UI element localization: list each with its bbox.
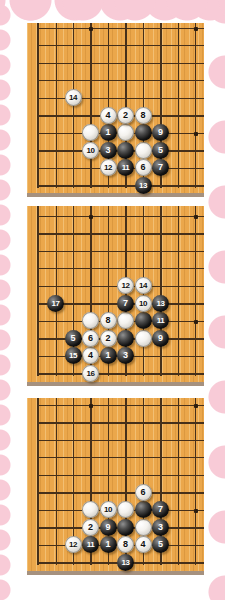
stone-black-move-1: 1 xyxy=(100,536,117,553)
move-number: 8 xyxy=(135,107,152,124)
star-point xyxy=(89,27,93,31)
move-number: 14 xyxy=(65,89,82,106)
stone-black-move-3: 3 xyxy=(152,519,169,536)
move-number: 13 xyxy=(152,295,169,312)
star-point xyxy=(89,404,93,408)
stone-black-move-9: 9 xyxy=(152,124,169,141)
stone-white-setup xyxy=(135,142,152,159)
stone-white-setup xyxy=(117,312,134,329)
stone-black-setup xyxy=(117,330,134,347)
board-bottom-edge-line xyxy=(38,373,204,375)
move-number: 4 xyxy=(82,347,99,364)
stone-white-move-10: 10 xyxy=(82,142,99,159)
stone-black-move-1: 1 xyxy=(100,124,117,141)
move-number: 13 xyxy=(117,554,134,571)
stone-black-move-9: 9 xyxy=(100,519,117,536)
stone-black-move-7: 7 xyxy=(152,159,169,176)
star-point xyxy=(194,320,198,324)
stone-white-move-4: 4 xyxy=(82,347,99,364)
go-board-diagram-2: 1234567891011121314151617 xyxy=(27,206,204,386)
move-number: 10 xyxy=(100,501,117,518)
move-number: 17 xyxy=(47,295,64,312)
stone-black-move-3: 3 xyxy=(117,347,134,364)
move-number: 7 xyxy=(152,159,169,176)
board-left-edge-line xyxy=(37,23,39,188)
board-left-edge-line xyxy=(37,398,39,565)
move-number: 7 xyxy=(152,501,169,518)
stone-white-move-12: 12 xyxy=(65,536,82,553)
stone-white-move-14: 14 xyxy=(65,89,82,106)
stone-white-setup xyxy=(82,124,99,141)
stone-white-setup xyxy=(117,124,134,141)
stone-black-move-7: 7 xyxy=(117,295,134,312)
move-number: 2 xyxy=(82,519,99,536)
move-number: 10 xyxy=(82,142,99,159)
move-number: 14 xyxy=(135,277,152,294)
move-number: 1 xyxy=(100,124,117,141)
star-point xyxy=(194,215,198,219)
blog-page: { "game": "go (baduk) — sequence shown i… xyxy=(0,0,225,600)
move-number: 9 xyxy=(152,330,169,347)
move-number: 7 xyxy=(117,295,134,312)
stone-black-move-13: 13 xyxy=(152,295,169,312)
move-number: 1 xyxy=(100,536,117,553)
stone-black-move-5: 5 xyxy=(152,536,169,553)
move-number: 5 xyxy=(152,536,169,553)
stone-black-setup xyxy=(135,312,152,329)
stone-black-move-11: 11 xyxy=(152,312,169,329)
move-number: 10 xyxy=(135,295,152,312)
stone-white-move-12: 12 xyxy=(100,159,117,176)
stone-white-move-2: 2 xyxy=(117,107,134,124)
move-number: 6 xyxy=(82,330,99,347)
move-number: 3 xyxy=(117,347,134,364)
stone-white-setup xyxy=(117,501,134,518)
stone-white-move-2: 2 xyxy=(82,519,99,536)
star-point xyxy=(194,509,198,513)
stone-black-move-15: 15 xyxy=(65,347,82,364)
move-number: 11 xyxy=(82,536,99,553)
stone-black-setup xyxy=(117,142,134,159)
move-number: 13 xyxy=(135,177,152,194)
stone-black-move-17: 17 xyxy=(47,295,64,312)
move-number: 6 xyxy=(135,484,152,501)
star-point xyxy=(194,404,198,408)
move-number: 2 xyxy=(100,330,117,347)
move-number: 15 xyxy=(65,347,82,364)
stone-white-move-6: 6 xyxy=(135,159,152,176)
move-number: 5 xyxy=(152,142,169,159)
stone-white-setup xyxy=(82,312,99,329)
stone-black-setup xyxy=(117,519,134,536)
stone-black-move-3: 3 xyxy=(100,142,117,159)
move-number: 1 xyxy=(100,347,117,364)
move-number: 9 xyxy=(100,519,117,536)
stone-black-move-9: 9 xyxy=(152,330,169,347)
move-number: 16 xyxy=(82,365,99,382)
move-number: 3 xyxy=(100,142,117,159)
star-point xyxy=(194,27,198,31)
stone-black-move-1: 1 xyxy=(100,347,117,364)
move-number: 12 xyxy=(65,536,82,553)
stone-white-move-10: 10 xyxy=(135,295,152,312)
stone-white-move-14: 14 xyxy=(135,277,152,294)
stone-white-setup xyxy=(82,501,99,518)
stone-white-move-12: 12 xyxy=(117,277,134,294)
stone-white-move-6: 6 xyxy=(82,330,99,347)
move-number: 12 xyxy=(100,159,117,176)
stone-white-move-10: 10 xyxy=(100,501,117,518)
stone-black-setup xyxy=(135,501,152,518)
stone-black-move-13: 13 xyxy=(117,554,134,571)
stone-white-setup xyxy=(135,519,152,536)
move-number: 5 xyxy=(65,330,82,347)
move-number: 8 xyxy=(117,536,134,553)
stone-white-move-8: 8 xyxy=(100,312,117,329)
board-left-edge-line xyxy=(37,206,39,376)
move-number: 12 xyxy=(117,277,134,294)
stone-black-move-11: 11 xyxy=(117,159,134,176)
move-number: 8 xyxy=(100,312,117,329)
stone-white-move-4: 4 xyxy=(100,107,117,124)
stone-black-setup xyxy=(135,124,152,141)
stone-black-move-5: 5 xyxy=(65,330,82,347)
stone-white-move-2: 2 xyxy=(100,330,117,347)
move-number: 2 xyxy=(117,107,134,124)
stone-white-move-16: 16 xyxy=(82,365,99,382)
stone-black-move-11: 11 xyxy=(82,536,99,553)
stone-black-move-7: 7 xyxy=(152,501,169,518)
move-number: 9 xyxy=(152,124,169,141)
stone-black-move-5: 5 xyxy=(152,142,169,159)
stone-white-move-4: 4 xyxy=(135,536,152,553)
stone-black-move-13: 13 xyxy=(135,177,152,194)
move-number: 4 xyxy=(135,536,152,553)
move-number: 11 xyxy=(152,312,169,329)
board-bottom-edge-line xyxy=(38,185,204,187)
move-number: 4 xyxy=(100,107,117,124)
go-board-diagram-3: 12345678910111213 xyxy=(27,398,204,575)
star-point xyxy=(89,215,93,219)
move-number: 11 xyxy=(117,159,134,176)
stone-white-move-8: 8 xyxy=(135,107,152,124)
stone-white-move-8: 8 xyxy=(117,536,134,553)
go-board-diagram-1: 1234567891011121314 xyxy=(27,23,204,197)
stone-white-setup xyxy=(135,330,152,347)
move-number: 3 xyxy=(152,519,169,536)
star-point xyxy=(194,132,198,136)
move-number: 6 xyxy=(135,159,152,176)
stone-white-move-6: 6 xyxy=(135,484,152,501)
